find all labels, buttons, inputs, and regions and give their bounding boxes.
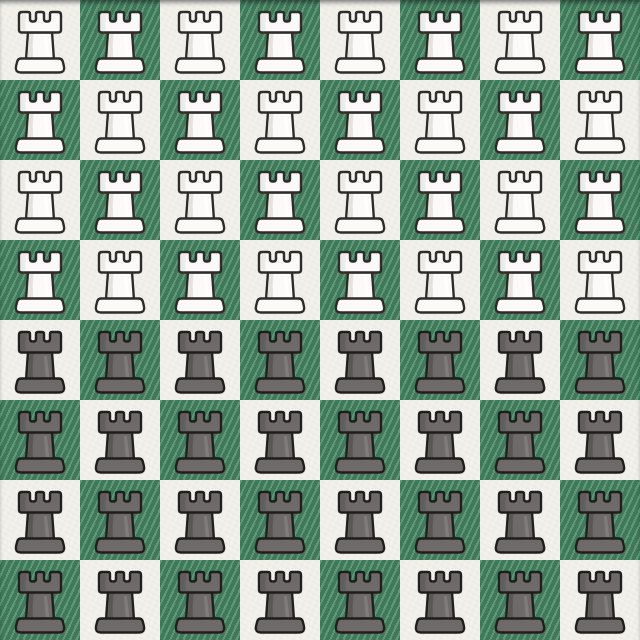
piece-black-rook[interactable] — [240, 320, 320, 400]
square-b6[interactable] — [80, 160, 160, 240]
square-d5[interactable] — [240, 240, 320, 320]
square-g8[interactable] — [480, 0, 560, 80]
piece-black-rook[interactable] — [160, 400, 240, 480]
square-a2[interactable] — [0, 480, 80, 560]
square-g6[interactable] — [480, 160, 560, 240]
piece-black-rook[interactable] — [240, 480, 320, 560]
piece-black-rook[interactable] — [80, 400, 160, 480]
piece-white-rook[interactable] — [560, 160, 640, 240]
square-h4[interactable] — [560, 320, 640, 400]
square-d7[interactable] — [240, 80, 320, 160]
piece-white-rook[interactable] — [560, 0, 640, 80]
square-f5[interactable] — [400, 240, 480, 320]
piece-white-rook[interactable] — [400, 160, 480, 240]
square-h3[interactable] — [560, 400, 640, 480]
piece-white-rook[interactable] — [80, 0, 160, 80]
piece-white-rook[interactable] — [400, 80, 480, 160]
piece-black-rook[interactable] — [400, 560, 480, 640]
piece-white-rook[interactable] — [560, 240, 640, 320]
piece-black-rook[interactable] — [320, 480, 400, 560]
piece-white-rook[interactable] — [480, 0, 560, 80]
piece-white-rook[interactable] — [480, 240, 560, 320]
square-a6[interactable] — [0, 160, 80, 240]
square-a3[interactable] — [0, 400, 80, 480]
square-f7[interactable] — [400, 80, 480, 160]
piece-white-rook[interactable] — [80, 80, 160, 160]
square-a5[interactable] — [0, 240, 80, 320]
piece-white-rook[interactable] — [160, 240, 240, 320]
square-g4[interactable] — [480, 320, 560, 400]
piece-white-rook[interactable] — [320, 0, 400, 80]
square-a7[interactable] — [0, 80, 80, 160]
square-g3[interactable] — [480, 400, 560, 480]
piece-white-rook[interactable] — [80, 160, 160, 240]
piece-black-rook[interactable] — [0, 560, 80, 640]
square-h7[interactable] — [560, 80, 640, 160]
piece-black-rook[interactable] — [400, 320, 480, 400]
square-f1[interactable] — [400, 560, 480, 640]
square-b1[interactable] — [80, 560, 160, 640]
piece-black-rook[interactable] — [240, 400, 320, 480]
square-b8[interactable] — [80, 0, 160, 80]
piece-black-rook[interactable] — [480, 320, 560, 400]
square-d3[interactable] — [240, 400, 320, 480]
square-h2[interactable] — [560, 480, 640, 560]
piece-white-rook[interactable] — [320, 160, 400, 240]
square-c4[interactable] — [160, 320, 240, 400]
piece-white-rook[interactable] — [160, 160, 240, 240]
square-c6[interactable] — [160, 160, 240, 240]
square-e3[interactable] — [320, 400, 400, 480]
piece-black-rook[interactable] — [560, 480, 640, 560]
square-b7[interactable] — [80, 80, 160, 160]
piece-black-rook[interactable] — [80, 320, 160, 400]
piece-white-rook[interactable] — [240, 160, 320, 240]
square-h8[interactable] — [560, 0, 640, 80]
square-h5[interactable] — [560, 240, 640, 320]
piece-white-rook[interactable] — [0, 80, 80, 160]
square-c3[interactable] — [160, 400, 240, 480]
square-b5[interactable] — [80, 240, 160, 320]
square-h6[interactable] — [560, 160, 640, 240]
piece-white-rook[interactable] — [320, 240, 400, 320]
piece-black-rook[interactable] — [400, 480, 480, 560]
square-d6[interactable] — [240, 160, 320, 240]
square-e2[interactable] — [320, 480, 400, 560]
piece-black-rook[interactable] — [0, 480, 80, 560]
piece-white-rook[interactable] — [80, 240, 160, 320]
piece-white-rook[interactable] — [240, 240, 320, 320]
piece-black-rook[interactable] — [240, 560, 320, 640]
square-g2[interactable] — [480, 480, 560, 560]
piece-white-rook[interactable] — [0, 160, 80, 240]
square-e6[interactable] — [320, 160, 400, 240]
square-h1[interactable] — [560, 560, 640, 640]
square-f4[interactable] — [400, 320, 480, 400]
piece-black-rook[interactable] — [480, 400, 560, 480]
square-d1[interactable] — [240, 560, 320, 640]
piece-black-rook[interactable] — [160, 560, 240, 640]
piece-white-rook[interactable] — [240, 80, 320, 160]
piece-black-rook[interactable] — [480, 560, 560, 640]
square-d8[interactable] — [240, 0, 320, 80]
square-e5[interactable] — [320, 240, 400, 320]
square-f2[interactable] — [400, 480, 480, 560]
square-e8[interactable] — [320, 0, 400, 80]
piece-white-rook[interactable] — [400, 240, 480, 320]
piece-black-rook[interactable] — [80, 560, 160, 640]
piece-white-rook[interactable] — [240, 0, 320, 80]
square-e1[interactable] — [320, 560, 400, 640]
square-g7[interactable] — [480, 80, 560, 160]
piece-white-rook[interactable] — [160, 80, 240, 160]
square-e7[interactable] — [320, 80, 400, 160]
piece-white-rook[interactable] — [480, 80, 560, 160]
piece-black-rook[interactable] — [80, 480, 160, 560]
square-b4[interactable] — [80, 320, 160, 400]
square-d4[interactable] — [240, 320, 320, 400]
piece-black-rook[interactable] — [560, 320, 640, 400]
square-a1[interactable] — [0, 560, 80, 640]
square-e4[interactable] — [320, 320, 400, 400]
square-d2[interactable] — [240, 480, 320, 560]
square-a4[interactable] — [0, 320, 80, 400]
chess-board — [0, 0, 640, 640]
square-a8[interactable] — [0, 0, 80, 80]
square-g5[interactable] — [480, 240, 560, 320]
piece-black-rook[interactable] — [480, 480, 560, 560]
square-f3[interactable] — [400, 400, 480, 480]
square-c5[interactable] — [160, 240, 240, 320]
piece-white-rook[interactable] — [560, 80, 640, 160]
piece-white-rook[interactable] — [320, 80, 400, 160]
piece-black-rook[interactable] — [320, 320, 400, 400]
square-g1[interactable] — [480, 560, 560, 640]
piece-black-rook[interactable] — [320, 560, 400, 640]
piece-white-rook[interactable] — [0, 240, 80, 320]
piece-black-rook[interactable] — [0, 320, 80, 400]
square-c1[interactable] — [160, 560, 240, 640]
square-c7[interactable] — [160, 80, 240, 160]
piece-white-rook[interactable] — [0, 0, 80, 80]
piece-black-rook[interactable] — [160, 480, 240, 560]
piece-white-rook[interactable] — [160, 0, 240, 80]
piece-white-rook[interactable] — [400, 0, 480, 80]
piece-black-rook[interactable] — [560, 400, 640, 480]
square-c2[interactable] — [160, 480, 240, 560]
square-f8[interactable] — [400, 0, 480, 80]
square-f6[interactable] — [400, 160, 480, 240]
square-b2[interactable] — [80, 480, 160, 560]
piece-black-rook[interactable] — [400, 400, 480, 480]
square-c8[interactable] — [160, 0, 240, 80]
piece-black-rook[interactable] — [560, 560, 640, 640]
piece-black-rook[interactable] — [320, 400, 400, 480]
square-b3[interactable] — [80, 400, 160, 480]
piece-black-rook[interactable] — [160, 320, 240, 400]
piece-black-rook[interactable] — [0, 400, 80, 480]
piece-white-rook[interactable] — [480, 160, 560, 240]
